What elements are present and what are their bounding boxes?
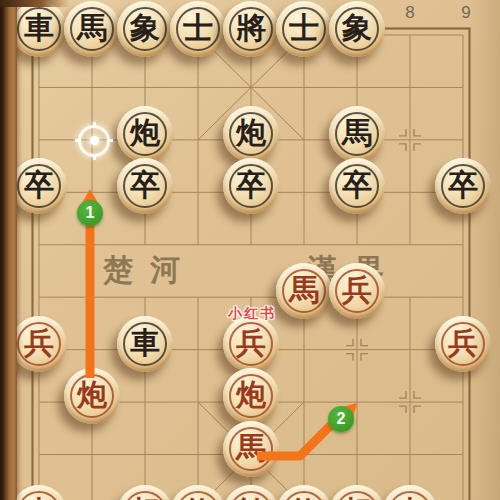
piece-black-象[interactable]: 象 [117,1,173,57]
piece-red-相[interactable]: 相 [329,485,385,500]
piece-character: 兵 [24,328,54,358]
piece-character: 士 [289,13,319,43]
piece-black-炮[interactable]: 炮 [117,106,173,162]
piece-character: 馬 [236,433,266,463]
piece-character: 馬 [342,118,372,148]
piece-character: 炮 [236,118,266,148]
piece-red-兵[interactable]: 兵 [223,316,279,372]
piece-red-炮[interactable]: 炮 [223,368,279,424]
piece-character: 車 [24,13,54,43]
board-frame-left [0,0,17,500]
piece-black-卒[interactable]: 卒 [329,158,385,214]
river-label-left: 楚河 [103,250,197,290]
piece-red-仕[interactable]: 仕 [170,485,226,500]
piece-character: 卒 [130,170,160,200]
piece-red-馬[interactable]: 馬 [223,421,279,477]
piece-character: 炮 [130,118,160,148]
piece-black-馬[interactable]: 馬 [64,1,120,57]
piece-red-兵[interactable]: 兵 [11,316,67,372]
xiangqi-app-window: 8 9 楚河 漢界 車馬象士將士象炮炮馬卒卒卒卒卒馬兵兵車兵兵炮炮馬車相仕帥仕相… [0,0,500,500]
piece-character: 馬 [77,13,107,43]
piece-red-炮[interactable]: 炮 [64,368,120,424]
piece-character: 卒 [342,170,372,200]
piece-character: 象 [342,13,372,43]
piece-character: 車 [130,328,160,358]
piece-character: 炮 [77,380,107,410]
piece-black-炮[interactable]: 炮 [223,106,279,162]
piece-red-帥[interactable]: 帥 [223,485,279,500]
piece-character: 兵 [342,275,372,305]
piece-character: 將 [236,13,266,43]
board-right-shading [468,0,500,500]
piece-black-車[interactable]: 車 [117,316,173,372]
move-number-badge-2: 2 [328,406,354,432]
column-label-8: 8 [405,3,414,23]
piece-character: 馬 [289,275,319,305]
piece-black-馬[interactable]: 馬 [329,106,385,162]
piece-character: 兵 [236,328,266,358]
piece-character: 士 [183,13,213,43]
piece-character: 象 [130,13,160,43]
piece-red-相[interactable]: 相 [117,485,173,500]
piece-red-車[interactable]: 車 [382,485,438,500]
piece-red-仕[interactable]: 仕 [276,485,332,500]
board-frame-top [0,0,70,7]
piece-character: 炮 [236,380,266,410]
piece-black-將[interactable]: 將 [223,1,279,57]
piece-red-車[interactable]: 車 [11,485,67,500]
piece-character: 卒 [24,170,54,200]
piece-black-士[interactable]: 士 [170,1,226,57]
piece-black-卒[interactable]: 卒 [11,158,67,214]
piece-black-象[interactable]: 象 [329,1,385,57]
piece-red-兵[interactable]: 兵 [329,263,385,319]
move-number-badge-1: 1 [77,200,103,226]
piece-black-卒[interactable]: 卒 [117,158,173,214]
piece-black-士[interactable]: 士 [276,1,332,57]
piece-black-車[interactable]: 車 [11,1,67,57]
piece-red-馬[interactable]: 馬 [276,263,332,319]
watermark: 小红书 [228,305,276,323]
piece-black-卒[interactable]: 卒 [223,158,279,214]
target-cursor [78,125,110,157]
piece-character: 卒 [236,170,266,200]
